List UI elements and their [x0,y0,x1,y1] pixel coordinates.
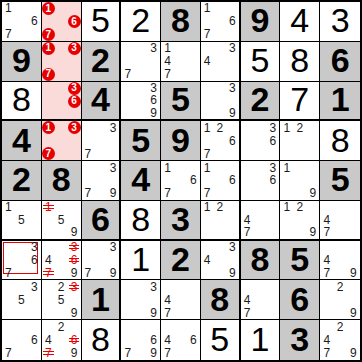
cell-r7c9[interactable]: 479 [320,241,360,281]
cell-r7c4[interactable]: 1 [121,241,161,281]
candidate-7-eliminated: 7 [45,267,52,279]
candidate-2: 2 [296,201,303,213]
given-digit: 5 [161,82,200,120]
candidate-9: 9 [229,267,236,279]
cell-r6c5[interactable]: 3 [161,201,201,241]
cell-r9c6[interactable]: 5 [201,320,241,360]
candidates-grid: 1267 [201,121,239,160]
candidate-6: 6 [270,174,277,186]
cell-r8c9[interactable]: 29 [320,280,360,320]
candidates-grid: 36 [241,121,280,160]
candidate-9: 9 [150,347,157,359]
candidate-7: 7 [244,226,251,238]
cell-r8c4[interactable]: 39 [121,280,161,320]
given-digit: 2 [82,42,120,81]
cell-r6c6[interactable]: 12 [201,201,241,241]
candidate-2: 2 [296,122,303,134]
cell-r5c7[interactable]: 36 [241,161,281,201]
cell-r4c4[interactable]: 5 [121,121,161,161]
cell-r8c6[interactable]: 8 [201,280,241,320]
cell-r5c8[interactable]: 19 [280,161,320,201]
cell-r7c6[interactable]: 349 [201,241,241,281]
cell-r7c7[interactable]: 8 [241,241,281,281]
candidate-3: 3 [150,82,157,94]
candidates-grid: 167 [201,2,239,41]
candidate-9: 9 [110,187,117,199]
candidates-grid: 12 [201,201,239,239]
candidate-6: 6 [150,334,157,346]
candidate-1: 1 [204,122,211,134]
cell-r5c9[interactable]: 5 [320,161,360,201]
candidate-5: 5 [58,214,65,226]
candidates-grid: 35 [2,280,41,319]
given-digit: 8 [241,241,280,280]
candidate-7: 7 [5,347,12,359]
solved-digit: 8 [320,121,360,160]
given-digit: 4 [121,161,160,200]
cell-r9c2[interactable]: 24679 [42,320,82,360]
candidate-3: 3 [270,162,277,174]
cell-r4c1[interactable]: 4 [2,121,42,161]
candidates-grid: 379 [82,161,120,200]
candidate-7: 7 [164,307,171,319]
candidates-grid: 2479 [320,320,360,360]
solved-digit: 1 [121,241,160,280]
cell-r3c9[interactable]: 1 [320,82,360,122]
candidate-7: 7 [164,347,171,359]
given-digit: 8 [42,161,81,200]
candidates-grid: 15 [2,201,41,239]
solved-digit: 5 [82,2,120,41]
candidate-4: 4 [324,334,331,346]
cell-r7c3[interactable]: 379 [82,241,122,281]
candidate-6: 6 [190,174,197,186]
cell-r5c4[interactable]: 4 [121,161,161,201]
candidate-4: 4 [324,254,331,266]
given-digit: 6 [320,42,360,81]
candidates-grid: 12 [280,121,319,160]
cell-r1c3[interactable]: 5 [82,2,122,42]
candidate-1-circled: 1 [42,42,55,55]
given-digit: 8 [161,2,200,41]
candidates-grid: 67 [2,320,41,360]
candidate-5: 5 [18,214,25,226]
candidate-1: 1 [284,162,291,174]
candidate-1: 1 [164,162,171,174]
candidate-9: 9 [350,347,357,359]
candidate-5: 5 [58,294,65,306]
given-digit: 5 [280,241,319,280]
candidates-grid: 47 [320,201,360,239]
candidates-grid: 34679 [42,241,81,280]
cell-r4c9[interactable]: 8 [320,121,360,161]
candidate-3-circled: 3 [68,42,81,55]
candidate-7: 7 [85,187,92,199]
cell-r2c2[interactable]: 137 [42,42,82,82]
cell-r7c5[interactable]: 2 [161,241,201,281]
cell-r6c7[interactable]: 47 [241,201,281,241]
cell-r7c1[interactable]: 367 [2,241,42,281]
cell-r3c5[interactable]: 5 [161,82,201,122]
cell-r1c4[interactable]: 2 [121,2,161,42]
candidate-9: 9 [110,267,117,279]
cell-r3c2[interactable]: 36 [42,82,82,122]
solved-digit: 8 [280,42,319,81]
given-digit: 5 [121,121,160,160]
cell-r2c8[interactable]: 8 [280,42,320,82]
candidate-7: 7 [124,347,131,359]
cell-r5c6[interactable]: 167 [201,161,241,201]
candidate-2: 2 [58,321,65,333]
solved-digit: 5 [201,320,239,360]
cell-r5c1[interactable]: 2 [2,161,42,201]
cell-r1c5[interactable]: 8 [161,2,201,42]
cell-r6c1[interactable]: 15 [2,201,42,241]
candidate-6: 6 [229,15,236,27]
candidate-3: 3 [31,241,38,253]
candidates-grid: 167 [42,2,81,41]
candidate-3-eliminated: 3 [71,281,78,293]
candidate-9: 9 [150,307,157,319]
candidate-3-eliminated: 3 [71,241,78,253]
candidate-9: 9 [229,107,236,119]
cell-r2c3[interactable]: 2 [82,42,122,82]
cell-r5c2[interactable]: 8 [42,161,82,201]
candidate-4: 4 [45,254,52,266]
candidate-2: 2 [216,201,223,213]
solved-digit: 8 [82,320,120,360]
candidate-1: 1 [204,2,211,14]
cell-r5c3[interactable]: 379 [82,161,122,201]
candidate-6: 6 [229,174,236,186]
candidate-1: 1 [5,2,12,14]
cell-r1c7[interactable]: 9 [241,2,281,42]
candidates-grid: 39 [121,280,160,319]
candidate-6: 6 [31,254,38,266]
candidate-6: 6 [229,135,236,147]
candidate-2: 2 [216,122,223,134]
candidate-2: 2 [337,321,344,333]
given-digit: 8 [201,280,239,319]
candidate-5: 5 [18,294,25,306]
cell-r1c2[interactable]: 167 [42,2,82,42]
given-digit: 4 [2,121,41,160]
cell-r2c7[interactable]: 5 [241,42,281,82]
candidate-4: 4 [244,294,251,306]
candidates-grid: 137 [42,42,81,81]
cell-r3c7[interactable]: 2 [241,82,281,122]
candidate-2: 2 [58,281,65,293]
cell-r4c5[interactable]: 9 [161,121,201,161]
candidate-9: 9 [150,107,157,119]
sudoku-board: 1671675281679439137237147345868364369539… [0,0,362,362]
candidate-3: 3 [270,122,277,134]
candidate-7: 7 [5,28,12,40]
candidate-6: 6 [31,334,38,346]
cell-r4c3[interactable]: 37 [82,121,122,161]
cell-r8c8[interactable]: 6 [280,280,320,320]
cell-r7c2[interactable]: 34679 [42,241,82,281]
cell-r4c2[interactable]: 137 [42,121,82,161]
given-digit: 9 [241,2,280,41]
candidate-6-eliminated: 6 [71,334,78,346]
solved-digit: 4 [280,2,319,41]
candidates-grid: 349 [201,241,239,280]
candidates-grid: 479 [320,241,360,280]
candidate-4: 4 [164,294,171,306]
candidates-grid: 24679 [42,320,81,360]
candidates-grid: 39 [201,82,239,120]
candidate-7: 7 [85,267,92,279]
candidate-1-eliminated: 1 [45,201,52,213]
candidate-7: 7 [204,187,211,199]
candidate-3-circled: 3 [68,121,81,134]
candidate-6: 6 [270,135,277,147]
candidate-7: 7 [85,148,92,160]
candidate-9: 9 [71,267,78,279]
candidates-grid: 47 [241,201,280,239]
given-digit: 5 [320,161,360,200]
candidates-grid: 37 [121,42,160,81]
given-digit: 6 [280,280,319,319]
given-digit: 9 [2,42,41,81]
candidate-4: 4 [324,214,331,226]
cell-r6c4[interactable]: 8 [121,201,161,241]
candidates-grid: 167 [2,2,41,41]
candidate-9: 9 [71,226,78,238]
candidate-4: 4 [164,55,171,67]
candidate-6-circled: 6 [68,95,81,108]
candidate-7: 7 [164,68,171,80]
cell-r4c8[interactable]: 12 [280,121,320,161]
candidates-grid: 29 [320,280,360,319]
candidates-grid: 379 [82,241,120,280]
candidates-grid: 37 [82,121,120,160]
solved-digit: 5 [241,42,280,81]
candidate-7: 7 [324,347,331,359]
candidates-grid: 19 [280,161,319,200]
candidates-grid: 137 [42,121,81,160]
candidate-3: 3 [110,122,117,134]
solved-digit: 2 [121,2,160,41]
cell-r3c8[interactable]: 7 [280,82,320,122]
candidate-9: 9 [309,226,316,238]
cell-r2c5[interactable]: 147 [161,42,201,82]
candidate-7-circled: 7 [42,28,55,41]
candidate-3: 3 [150,42,157,54]
candidate-3: 3 [229,241,236,253]
given-digit: 3 [161,201,200,239]
candidate-3: 3 [110,162,117,174]
candidates-grid: 369 [121,82,160,120]
cell-r3c3[interactable]: 4 [82,82,122,122]
candidate-6: 6 [190,334,197,346]
cell-r1c8[interactable]: 4 [280,2,320,42]
candidate-7: 7 [324,226,331,238]
candidates-grid: 34 [201,42,239,81]
candidates-grid: 47 [161,280,200,319]
cell-r8c1[interactable]: 35 [2,280,42,320]
candidate-9: 9 [71,307,78,319]
candidate-4: 4 [45,334,52,346]
candidate-7-circled: 7 [42,68,55,81]
cell-r7c8[interactable]: 5 [280,241,320,281]
candidate-7: 7 [164,187,171,199]
candidates-grid: 167 [201,161,239,200]
cell-r2c9[interactable]: 6 [320,42,360,82]
solved-digit: 1 [241,320,280,360]
cell-r9c3[interactable]: 8 [82,320,122,360]
cell-r8c7[interactable]: 47 [241,280,281,320]
candidate-1: 1 [284,201,291,213]
candidate-3: 3 [229,42,236,54]
candidates-grid: 167 [161,161,200,200]
given-digit: 2 [161,241,200,280]
candidates-grid: 467 [161,320,200,360]
candidates-grid: 36 [241,161,280,200]
candidates-grid: 147 [161,42,200,81]
candidate-3: 3 [150,281,157,293]
cell-r8c2[interactable]: 2359 [42,280,82,320]
candidate-9: 9 [309,187,316,199]
candidate-7: 7 [5,267,12,279]
cell-r2c4[interactable]: 37 [121,42,161,82]
cell-r9c5[interactable]: 467 [161,320,201,360]
candidate-1: 1 [164,42,171,54]
cell-r1c9[interactable]: 3 [320,2,360,42]
candidate-9: 9 [350,267,357,279]
cell-r5c5[interactable]: 167 [161,161,201,201]
cell-r2c6[interactable]: 34 [201,42,241,82]
candidate-6-circled: 6 [68,15,81,28]
candidates-grid: 679 [121,320,160,360]
candidate-3: 3 [110,241,117,253]
candidates-grid: 47 [241,280,280,319]
solved-digit: 8 [2,82,41,120]
candidate-1-circled: 1 [42,2,55,15]
candidate-2: 2 [337,281,344,293]
candidate-1: 1 [5,201,12,213]
cell-r8c5[interactable]: 47 [161,280,201,320]
candidate-3: 3 [31,281,38,293]
given-digit: 9 [161,121,200,160]
candidates-grid: 2359 [42,280,81,319]
candidate-1: 1 [284,122,291,134]
cell-r4c7[interactable]: 36 [241,121,281,161]
cell-r9c9[interactable]: 2479 [320,320,360,360]
candidate-1-circled: 1 [42,121,55,134]
candidates-grid: 36 [42,82,81,120]
given-digit: 3 [280,320,319,360]
candidate-7-circled: 7 [42,147,55,160]
candidate-7: 7 [324,267,331,279]
cell-r6c8[interactable]: 129 [280,201,320,241]
candidate-7: 7 [124,68,131,80]
candidate-7-eliminated: 7 [45,347,52,359]
cell-r2c1[interactable]: 9 [2,42,42,82]
candidate-6-eliminated: 6 [71,254,78,266]
candidate-1: 1 [204,201,211,213]
given-digit: 2 [2,161,41,200]
candidate-3: 3 [229,82,236,94]
candidate-4: 4 [204,254,211,266]
given-digit: 4 [82,82,120,120]
candidate-9: 9 [350,307,357,319]
given-digit: 1 [82,280,120,319]
given-digit: 6 [82,201,120,239]
candidate-3-circled: 3 [68,82,81,95]
candidate-9: 9 [71,347,78,359]
candidate-6: 6 [150,94,157,106]
cell-r6c9[interactable]: 47 [320,201,360,241]
cell-r1c6[interactable]: 167 [201,2,241,42]
cell-r9c1[interactable]: 67 [2,320,42,360]
candidate-7: 7 [204,148,211,160]
candidate-7: 7 [244,307,251,319]
cell-r3c4[interactable]: 369 [121,82,161,122]
cell-r8c3[interactable]: 1 [82,280,122,320]
solved-digit: 3 [320,2,360,41]
cell-r3c6[interactable]: 39 [201,82,241,122]
cell-r4c6[interactable]: 1267 [201,121,241,161]
cell-r9c4[interactable]: 679 [121,320,161,360]
candidate-4: 4 [164,334,171,346]
given-digit: 1 [320,82,360,120]
candidate-1: 1 [204,162,211,174]
candidate-4: 4 [204,55,211,67]
cell-r9c8[interactable]: 3 [280,320,320,360]
candidate-7: 7 [204,28,211,40]
candidates-grid: 159 [42,201,81,239]
candidates-grid: 129 [280,201,319,239]
candidate-4: 4 [244,214,251,226]
cell-r6c2[interactable]: 159 [42,201,82,241]
cell-r1c1[interactable]: 167 [2,2,42,42]
solved-digit: 7 [280,82,319,120]
candidates-grid: 367 [2,241,41,280]
given-digit: 2 [241,82,280,120]
cell-r9c7[interactable]: 1 [241,320,281,360]
cell-r6c3[interactable]: 6 [82,201,122,241]
candidate-6: 6 [31,15,38,27]
cell-r3c1[interactable]: 8 [2,82,42,122]
solved-digit: 8 [121,201,160,239]
